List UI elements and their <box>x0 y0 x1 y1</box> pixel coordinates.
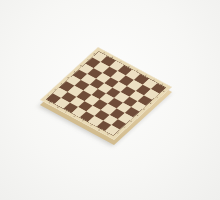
board-grid <box>47 52 166 136</box>
product-photo-backdrop: abcdefgh 87654321 87654321 abcdefgh <box>0 0 220 200</box>
chess-board: abcdefgh 87654321 87654321 abcdefgh <box>40 47 172 140</box>
